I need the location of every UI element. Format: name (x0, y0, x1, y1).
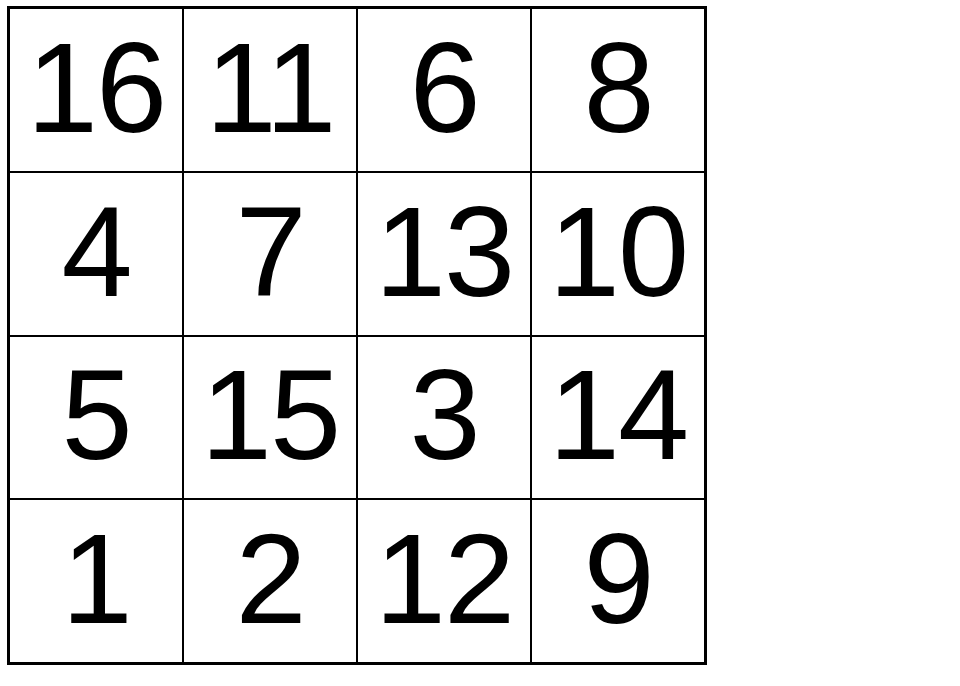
grid-cell-r1c4[interactable]: 8 (532, 9, 704, 171)
cell-number: 10 (549, 188, 687, 316)
grid-cell-r3c1[interactable]: 5 (10, 337, 182, 499)
cell-number: 2 (235, 515, 304, 643)
cell-number: 15 (201, 351, 339, 479)
cell-number: 4 (61, 188, 130, 316)
grid-cell-r2c4[interactable]: 10 (532, 173, 704, 335)
grid-cell-r3c2[interactable]: 15 (184, 337, 356, 499)
cell-number: 12 (375, 515, 513, 643)
cell-number: 1 (61, 515, 130, 643)
number-grid-board: 16116847131051531412129 (7, 6, 707, 665)
cell-number: 3 (409, 351, 478, 479)
grid-cell-r2c2[interactable]: 7 (184, 173, 356, 335)
cell-number: 5 (61, 351, 130, 479)
grid-cell-r4c2[interactable]: 2 (184, 500, 356, 662)
grid-cell-r2c1[interactable]: 4 (10, 173, 182, 335)
grid-cell-r1c3[interactable]: 6 (358, 9, 530, 171)
grid-cell-r3c3[interactable]: 3 (358, 337, 530, 499)
cell-number: 11 (206, 24, 335, 152)
page: { "game": "schulte-table-number-grid-4x4… (0, 0, 960, 686)
cell-number: 14 (549, 351, 687, 479)
grid-cell-r4c4[interactable]: 9 (532, 500, 704, 662)
cell-number: 7 (235, 188, 304, 316)
cell-number: 16 (27, 24, 165, 152)
cell-number: 13 (375, 188, 513, 316)
grid-cell-r3c4[interactable]: 14 (532, 337, 704, 499)
grid-cell-r4c1[interactable]: 1 (10, 500, 182, 662)
cell-number: 8 (583, 24, 652, 152)
cell-number: 6 (409, 24, 478, 152)
cell-number: 9 (583, 515, 652, 643)
grid-cell-r4c3[interactable]: 12 (358, 500, 530, 662)
grid-cell-r2c3[interactable]: 13 (358, 173, 530, 335)
grid-cell-r1c1[interactable]: 16 (10, 9, 182, 171)
grid-cell-r1c2[interactable]: 11 (184, 9, 356, 171)
